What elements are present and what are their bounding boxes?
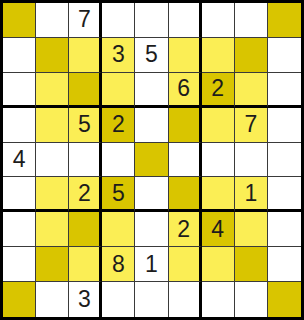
cell-r2c7[interactable]	[202, 38, 235, 73]
cell-r4c7[interactable]	[202, 108, 235, 143]
cell-r3c7[interactable]: 2	[202, 73, 235, 108]
cell-r2c6[interactable]	[169, 38, 202, 73]
cell-r8c7[interactable]	[202, 247, 235, 282]
cell-r8c3[interactable]	[69, 247, 102, 282]
cell-r3c2[interactable]	[36, 73, 69, 108]
cell-r1c4[interactable]	[102, 3, 135, 38]
cell-r3c3[interactable]	[69, 73, 102, 108]
cell-r2c9[interactable]	[268, 38, 301, 73]
cell-r6c8[interactable]: 1	[235, 177, 268, 212]
cell-r3c6[interactable]: 6	[169, 73, 202, 108]
cell-r6c2[interactable]	[36, 177, 69, 212]
cell-r9c4[interactable]	[102, 282, 135, 317]
cell-r3c9[interactable]	[268, 73, 301, 108]
cell-r4c5[interactable]	[135, 108, 168, 143]
cell-r7c5[interactable]	[135, 212, 168, 247]
cell-r2c4[interactable]: 3	[102, 38, 135, 73]
cell-r1c1[interactable]	[3, 3, 36, 38]
cell-r5c1[interactable]: 4	[3, 143, 36, 178]
cell-r1c7[interactable]	[202, 3, 235, 38]
cell-r9c7[interactable]	[202, 282, 235, 317]
cell-r7c6[interactable]: 2	[169, 212, 202, 247]
cell-r7c3[interactable]	[69, 212, 102, 247]
cell-r9c8[interactable]	[235, 282, 268, 317]
cell-r6c1[interactable]	[3, 177, 36, 212]
cell-r5c9[interactable]	[268, 143, 301, 178]
cell-r9c6[interactable]	[169, 282, 202, 317]
cell-r4c1[interactable]	[3, 108, 36, 143]
cell-r7c4[interactable]	[102, 212, 135, 247]
cell-r2c3[interactable]	[69, 38, 102, 73]
cell-r5c2[interactable]	[36, 143, 69, 178]
cell-r9c2[interactable]	[36, 282, 69, 317]
cell-r9c1[interactable]	[3, 282, 36, 317]
cell-r5c4[interactable]	[102, 143, 135, 178]
cell-r7c1[interactable]	[3, 212, 36, 247]
cell-r8c5[interactable]: 1	[135, 247, 168, 282]
cell-r8c6[interactable]	[169, 247, 202, 282]
cell-r6c4[interactable]: 5	[102, 177, 135, 212]
cell-r8c2[interactable]	[36, 247, 69, 282]
cell-r6c7[interactable]	[202, 177, 235, 212]
cell-r6c3[interactable]: 2	[69, 177, 102, 212]
cell-r5c5[interactable]	[135, 143, 168, 178]
cell-r8c8[interactable]	[235, 247, 268, 282]
cell-r7c8[interactable]	[235, 212, 268, 247]
cell-r9c3[interactable]: 3	[69, 282, 102, 317]
cell-r4c4[interactable]: 2	[102, 108, 135, 143]
cell-r1c3[interactable]: 7	[69, 3, 102, 38]
cell-r1c5[interactable]	[135, 3, 168, 38]
cell-r3c4[interactable]	[102, 73, 135, 108]
cell-r8c1[interactable]	[3, 247, 36, 282]
cell-r3c1[interactable]	[3, 73, 36, 108]
cell-r9c5[interactable]	[135, 282, 168, 317]
cell-r1c6[interactable]	[169, 3, 202, 38]
cell-r3c5[interactable]	[135, 73, 168, 108]
cell-r3c8[interactable]	[235, 73, 268, 108]
cell-r2c8[interactable]	[235, 38, 268, 73]
cell-r9c9[interactable]	[268, 282, 301, 317]
cell-r2c2[interactable]	[36, 38, 69, 73]
cell-r8c9[interactable]	[268, 247, 301, 282]
cell-r7c9[interactable]	[268, 212, 301, 247]
cell-r5c7[interactable]	[202, 143, 235, 178]
cell-r5c8[interactable]	[235, 143, 268, 178]
cell-r1c8[interactable]	[235, 3, 268, 38]
cell-r1c9[interactable]	[268, 3, 301, 38]
cell-r8c4[interactable]: 8	[102, 247, 135, 282]
cell-r7c2[interactable]	[36, 212, 69, 247]
cell-r5c3[interactable]	[69, 143, 102, 178]
cell-r4c9[interactable]	[268, 108, 301, 143]
cell-r6c9[interactable]	[268, 177, 301, 212]
cell-r4c8[interactable]: 7	[235, 108, 268, 143]
cell-r7c7[interactable]: 4	[202, 212, 235, 247]
cell-r5c6[interactable]	[169, 143, 202, 178]
cell-r2c5[interactable]: 5	[135, 38, 168, 73]
cell-r6c6[interactable]	[169, 177, 202, 212]
sudoku-board: 73562527425124813	[0, 0, 304, 320]
cell-r1c2[interactable]	[36, 3, 69, 38]
cell-r4c3[interactable]: 5	[69, 108, 102, 143]
cell-r6c5[interactable]	[135, 177, 168, 212]
cell-r4c6[interactable]	[169, 108, 202, 143]
cell-r4c2[interactable]	[36, 108, 69, 143]
cell-r2c1[interactable]	[3, 38, 36, 73]
